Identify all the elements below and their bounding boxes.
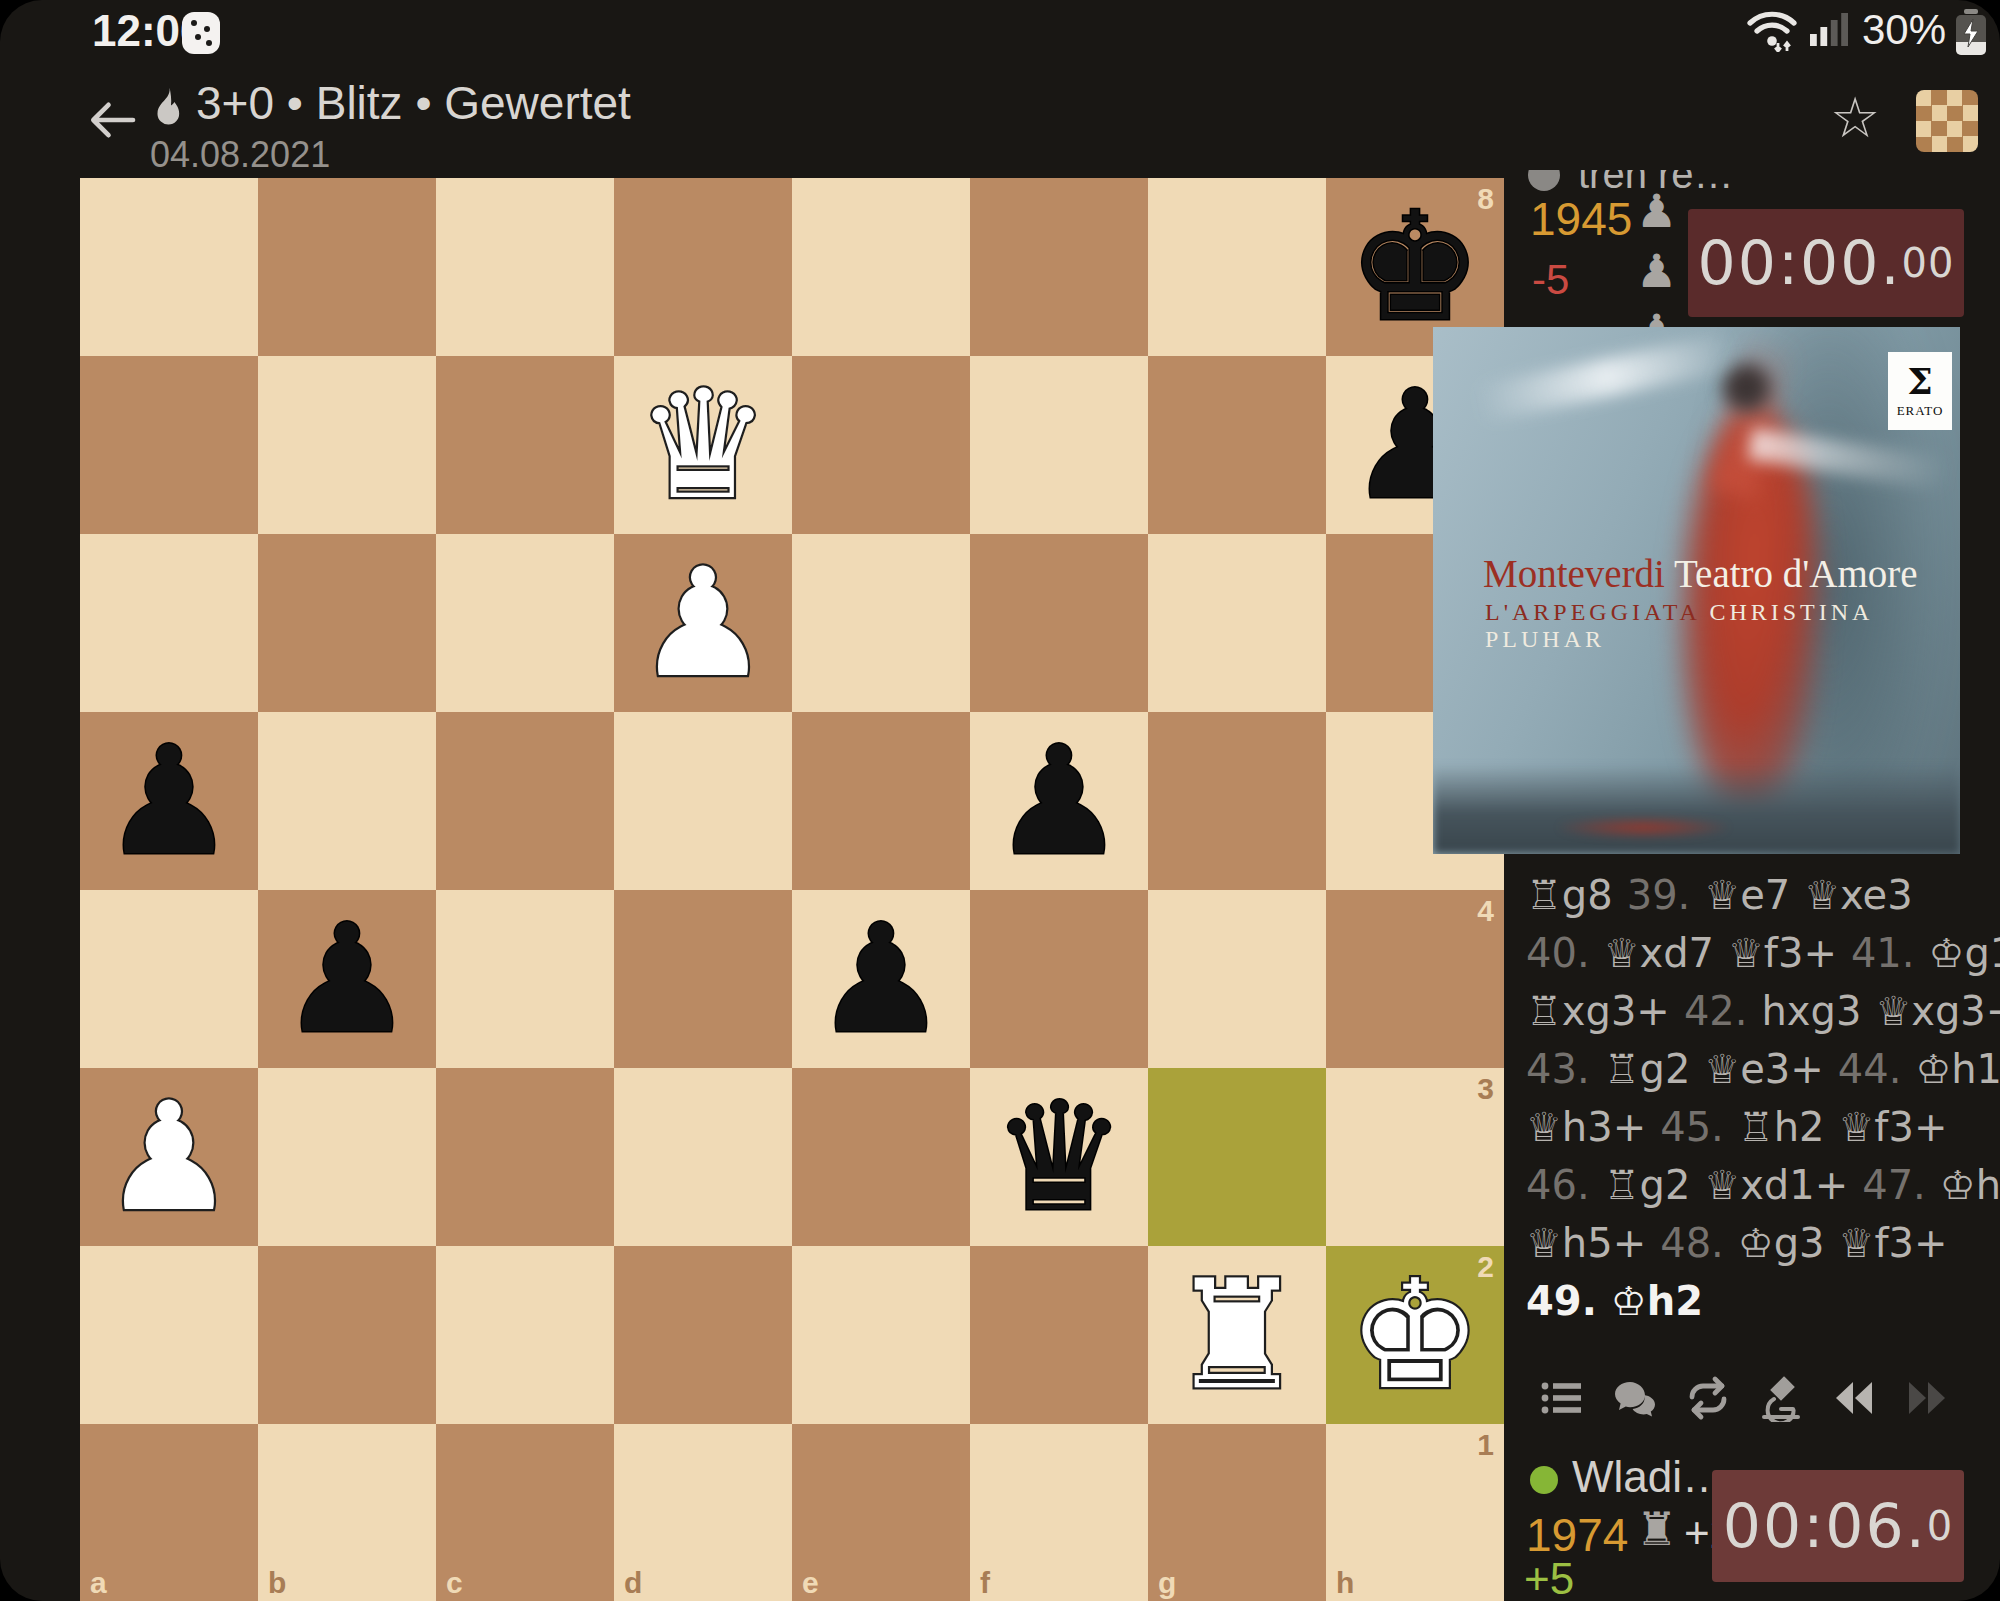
rank-label-1: 1: [1477, 1428, 1494, 1462]
battery-charging-icon: [1956, 9, 1986, 55]
square-f6[interactable]: [970, 534, 1148, 712]
square-a7[interactable]: [80, 356, 258, 534]
square-f5[interactable]: ♟: [970, 712, 1148, 890]
move[interactable]: ♔g3: [1738, 1220, 1825, 1266]
move[interactable]: ♔h2: [1940, 1162, 2000, 1208]
move[interactable]: ♔h2: [1611, 1278, 1703, 1324]
square-f4[interactable]: [970, 890, 1148, 1068]
move[interactable]: ♕h5+: [1526, 1220, 1646, 1266]
album-floor: [1433, 764, 1960, 854]
square-h4[interactable]: 4: [1326, 890, 1504, 1068]
wifi-icon: [1746, 4, 1798, 56]
game-type-title: 3+0 • Blitz • Gewertet: [196, 76, 631, 130]
square-c3[interactable]: [436, 1068, 614, 1246]
square-b5[interactable]: [258, 712, 436, 890]
move-list[interactable]: ♖g839.♕e7♕xe340.♕xd7♕f3+41.♔g1♖xg3+42.hx…: [1526, 866, 1996, 1330]
square-g1[interactable]: g: [1148, 1424, 1326, 1601]
back-button[interactable]: [84, 92, 140, 148]
square-c1[interactable]: c: [436, 1424, 614, 1601]
opponent-rating: 1945: [1530, 192, 1632, 246]
album-dancer-arm-blur: [1474, 332, 1739, 423]
square-b6[interactable]: [258, 534, 436, 712]
square-d5[interactable]: [614, 712, 792, 890]
board-thumbnail-button[interactable]: [1916, 90, 1978, 152]
move-number[interactable]: 43.: [1526, 1046, 1590, 1092]
white-pawn-d6[interactable]: ♟: [636, 534, 770, 712]
move[interactable]: ♖xg3+: [1526, 988, 1670, 1034]
file-label-g: g: [1158, 1566, 1176, 1600]
move[interactable]: ♖g2: [1604, 1162, 1691, 1208]
rank-label-2: 2: [1477, 1250, 1494, 1284]
square-h3[interactable]: 3: [1326, 1068, 1504, 1246]
square-d3[interactable]: [614, 1068, 792, 1246]
square-b7[interactable]: [258, 356, 436, 534]
analysis-controls: [1538, 1374, 1978, 1426]
move[interactable]: ♕xg3+: [1875, 988, 2000, 1034]
move[interactable]: ♕e7: [1704, 872, 1790, 918]
move-list-line: 40.♕xd7♕f3+41.♔g1: [1526, 924, 1996, 982]
album-title-line: Monteverdi Teatro d'Amore: [1483, 551, 1918, 596]
game-date: 04.08.2021: [150, 134, 330, 176]
move-number[interactable]: 47.: [1862, 1162, 1926, 1208]
move[interactable]: ♕h3+: [1526, 1104, 1646, 1150]
white-pawn-a3[interactable]: ♟: [102, 1068, 236, 1246]
move[interactable]: ♔g1: [1929, 930, 2000, 976]
black-pawn-e4[interactable]: ♟: [814, 890, 948, 1068]
square-f3[interactable]: ♛: [970, 1068, 1148, 1246]
black-queen-f3[interactable]: ♛: [992, 1068, 1126, 1246]
square-a5[interactable]: ♟: [80, 712, 258, 890]
star-bookmark-button[interactable]: ☆: [1830, 90, 1880, 146]
square-b2[interactable]: [258, 1246, 436, 1424]
move-number[interactable]: 40.: [1526, 930, 1590, 976]
square-g3[interactable]: [1148, 1068, 1326, 1246]
file-label-a: a: [90, 1566, 107, 1600]
fast-forward-button[interactable]: [1903, 1374, 1951, 1422]
file-label-e: e: [802, 1566, 819, 1600]
move-number[interactable]: 46.: [1526, 1162, 1590, 1208]
square-h2[interactable]: 2♚: [1326, 1246, 1504, 1424]
square-e4[interactable]: ♟: [792, 890, 970, 1068]
square-f8[interactable]: [970, 178, 1148, 356]
black-pawn-a5[interactable]: ♟: [102, 712, 236, 890]
square-e5[interactable]: [792, 712, 970, 890]
square-c2[interactable]: [436, 1246, 614, 1424]
file-label-b: b: [268, 1566, 286, 1600]
square-c7[interactable]: [436, 356, 614, 534]
move-list-line: 46.♖g2♕xd1+47.♔h2: [1526, 1156, 1996, 1214]
game-die-notification-icon: [182, 12, 220, 54]
move[interactable]: ♕xd1+: [1704, 1162, 1848, 1208]
square-e2[interactable]: [792, 1246, 970, 1424]
black-pawn-f5[interactable]: ♟: [992, 712, 1126, 890]
flip-board-button[interactable]: [1684, 1374, 1732, 1422]
square-g4[interactable]: [1148, 890, 1326, 1068]
file-label-c: c: [446, 1566, 463, 1600]
square-d6[interactable]: ♟: [614, 534, 792, 712]
square-b3[interactable]: [258, 1068, 436, 1246]
square-a8[interactable]: [80, 178, 258, 356]
player-clock: 00:06.0: [1712, 1470, 1964, 1582]
move[interactable]: ♕xd7: [1604, 930, 1714, 976]
square-b1[interactable]: b: [258, 1424, 436, 1601]
square-c8[interactable]: [436, 178, 614, 356]
square-a6[interactable]: [80, 534, 258, 712]
move[interactable]: ♖g2: [1604, 1046, 1691, 1092]
square-e8[interactable]: [792, 178, 970, 356]
move-list-line: 43.♖g2♕e3+44.♔h1: [1526, 1040, 1996, 1098]
square-f2[interactable]: [970, 1246, 1148, 1424]
move-list-line: ♕h5+48.♔g3♕f3+: [1526, 1214, 1996, 1272]
rank-label-4: 4: [1477, 894, 1494, 928]
square-a1[interactable]: a: [80, 1424, 258, 1601]
move-number[interactable]: 45.: [1660, 1104, 1724, 1150]
move[interactable]: ♕f3+: [1839, 1220, 1948, 1266]
white-rook-g2[interactable]: ♜: [1170, 1246, 1304, 1424]
media-notification-album-art[interactable]: Σ ERATO Monteverdi Teatro d'Amore L'ARPE…: [1433, 327, 1960, 854]
square-a2[interactable]: [80, 1246, 258, 1424]
square-a4[interactable]: [80, 890, 258, 1068]
square-d7[interactable]: ♛: [614, 356, 792, 534]
square-g8[interactable]: [1148, 178, 1326, 356]
move-list-line: ♖xg3+42.hxg3♕xg3+: [1526, 982, 1996, 1040]
move-number[interactable]: 44.: [1838, 1046, 1902, 1092]
move[interactable]: ♖h2: [1738, 1104, 1825, 1150]
square-b4[interactable]: ♟: [258, 890, 436, 1068]
chess-board: 8♚♛7♟♟6♟♟5♟♟4♟♛3♜2♚abcdefg1h: [80, 178, 1504, 1601]
black-pawn-b4[interactable]: ♟: [280, 890, 414, 1068]
file-label-d: d: [624, 1566, 642, 1600]
move[interactable]: ♕f3+: [1728, 930, 1837, 976]
rewind-button[interactable]: [1830, 1374, 1878, 1422]
move-number[interactable]: 42.: [1684, 988, 1748, 1034]
square-d4[interactable]: [614, 890, 792, 1068]
move[interactable]: ♖g8: [1526, 872, 1613, 918]
square-d1[interactable]: d: [614, 1424, 792, 1601]
white-king-h2[interactable]: ♚: [1348, 1246, 1482, 1424]
square-e3[interactable]: [792, 1068, 970, 1246]
square-c5[interactable]: [436, 712, 614, 890]
battery-percent: 30%: [1862, 6, 1946, 54]
cellular-signal-icon: [1808, 6, 1852, 54]
album-subtitle-line: L'ARPEGGIATA CHRISTINA PLUHAR: [1485, 599, 1960, 653]
square-d8[interactable]: [614, 178, 792, 356]
square-c4[interactable]: [436, 890, 614, 1068]
status-right-cluster: 30%: [1746, 4, 1986, 56]
online-status-dot: [1530, 1466, 1558, 1494]
square-g7[interactable]: [1148, 356, 1326, 534]
player-name[interactable]: Wladi…: [1572, 1452, 1726, 1502]
player-rating-diff: +5: [1524, 1554, 1574, 1601]
move-list-line: ♕h3+45.♖h2♕f3+: [1526, 1098, 1996, 1156]
move[interactable]: ♕e3+: [1704, 1046, 1823, 1092]
album-floor-red-mark: [1559, 817, 1728, 838]
menu-list-button[interactable]: [1538, 1374, 1586, 1422]
square-d2[interactable]: [614, 1246, 792, 1424]
player-material-rook-icon: ♜: [1636, 1502, 1677, 1556]
opponent-rating-diff: -5: [1532, 256, 1569, 304]
move[interactable]: ♕xe3: [1804, 872, 1912, 918]
square-g2[interactable]: ♜: [1148, 1246, 1326, 1424]
move-number[interactable]: 48.: [1660, 1220, 1724, 1266]
white-queen-d7[interactable]: ♛: [636, 356, 770, 534]
square-e7[interactable]: [792, 356, 970, 534]
square-f7[interactable]: [970, 356, 1148, 534]
square-g6[interactable]: [1148, 534, 1326, 712]
square-b8[interactable]: [258, 178, 436, 356]
offline-status-dot: [1528, 170, 1560, 191]
move-list-line: ♖g839.♕e7♕xe3: [1526, 866, 1996, 924]
captured-pawn-icon: ♟: [1636, 248, 1696, 294]
file-label-f: f: [980, 1566, 990, 1600]
move[interactable]: ♕f3+: [1838, 1104, 1947, 1150]
move[interactable]: ♔h1: [1915, 1046, 2000, 1092]
move-list-line: 49.♔h2: [1526, 1272, 1996, 1330]
move-number[interactable]: 41.: [1851, 930, 1915, 976]
erato-label-logo: Σ ERATO: [1888, 352, 1952, 430]
square-e1[interactable]: e: [792, 1424, 970, 1601]
rank-label-8: 8: [1477, 182, 1494, 216]
square-e6[interactable]: [792, 534, 970, 712]
square-h1[interactable]: 1h: [1326, 1424, 1504, 1601]
move-number[interactable]: 39.: [1627, 872, 1691, 918]
move[interactable]: hxg3: [1762, 988, 1862, 1034]
lichess-app: 12:06 30%: [0, 0, 2000, 1601]
chat-button[interactable]: [1611, 1374, 1659, 1422]
square-g5[interactable]: [1148, 712, 1326, 890]
file-label-h: h: [1336, 1566, 1354, 1600]
captured-pawn-icon: ♟: [1636, 188, 1696, 234]
opponent-clock: 00:00.00: [1688, 209, 1964, 317]
square-c6[interactable]: [436, 534, 614, 712]
blitz-flame-icon: [148, 86, 188, 132]
analysis-microscope-button[interactable]: [1757, 1374, 1805, 1422]
square-a3[interactable]: ♟: [80, 1068, 258, 1246]
square-f1[interactable]: f: [970, 1424, 1148, 1601]
rank-label-3: 3: [1477, 1072, 1494, 1106]
move[interactable]: 49.: [1526, 1278, 1597, 1324]
